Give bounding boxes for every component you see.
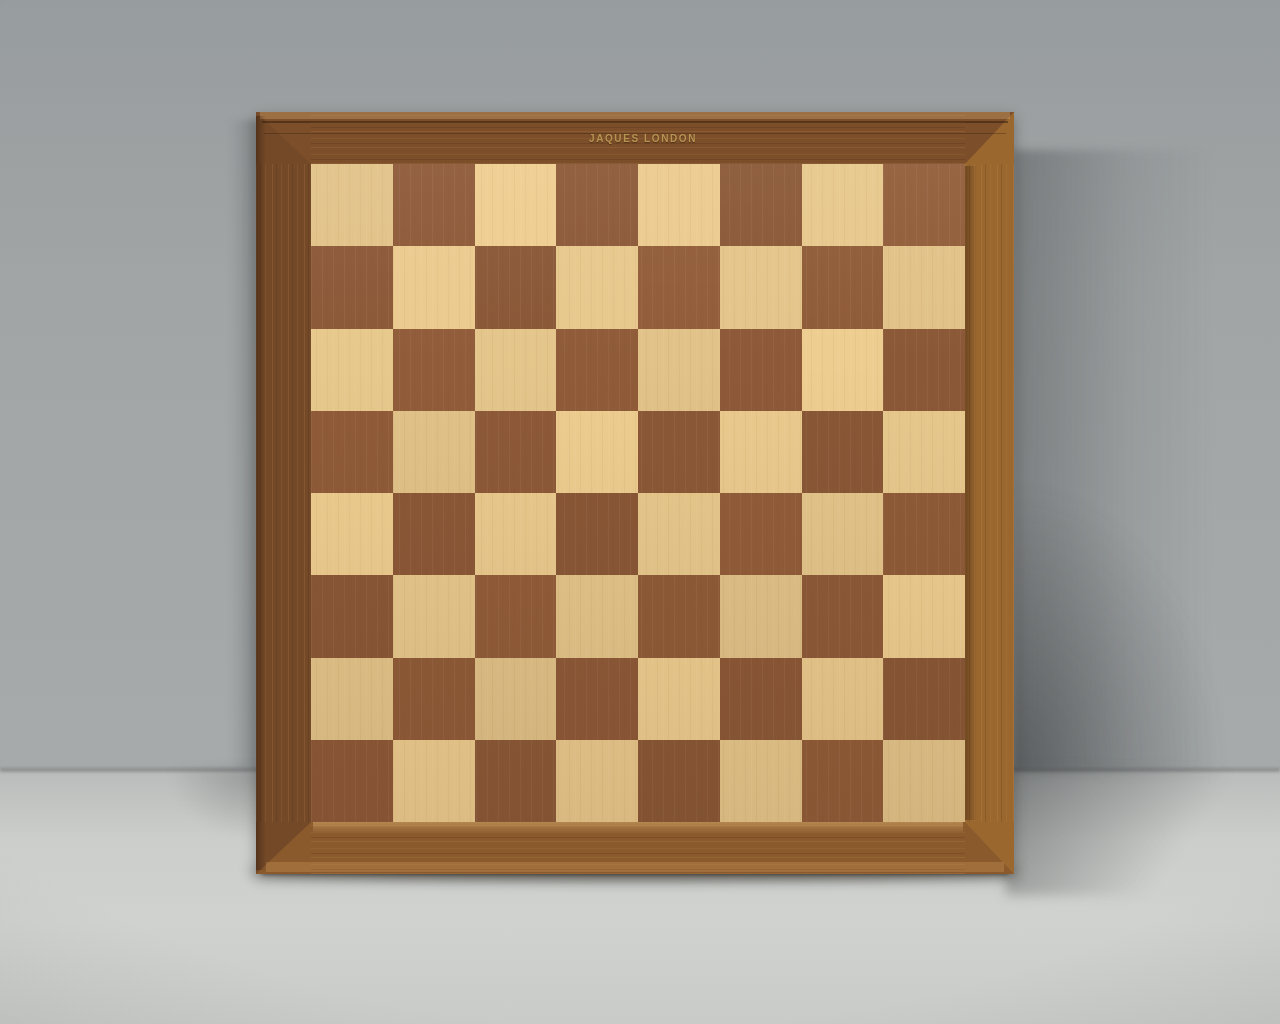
- square-a1[interactable]: [311, 740, 393, 822]
- frame-top-edge-highlight: [260, 112, 1010, 119]
- square-b6[interactable]: [393, 329, 475, 411]
- square-c8[interactable]: [475, 164, 557, 246]
- board-surface: [311, 164, 965, 822]
- square-f2[interactable]: [720, 658, 802, 740]
- square-h8[interactable]: [883, 164, 965, 246]
- square-f3[interactable]: [720, 575, 802, 657]
- square-c6[interactable]: [475, 329, 557, 411]
- square-g1[interactable]: [802, 740, 884, 822]
- frame-right-inner-shadow: [965, 166, 977, 820]
- square-b2[interactable]: [393, 658, 475, 740]
- square-d7[interactable]: [556, 246, 638, 328]
- square-g6[interactable]: [802, 329, 884, 411]
- square-h2[interactable]: [883, 658, 965, 740]
- square-d3[interactable]: [556, 575, 638, 657]
- square-g4[interactable]: [802, 493, 884, 575]
- frame-top-groove: [262, 121, 1008, 123]
- board-shadow-on-wall-lower: [1012, 480, 1227, 772]
- square-d1[interactable]: [556, 740, 638, 822]
- frame-bottom-outer-highlight: [266, 862, 1004, 872]
- square-c4[interactable]: [475, 493, 557, 575]
- square-h4[interactable]: [883, 493, 965, 575]
- board-shadow-left: [224, 120, 258, 768]
- square-g5[interactable]: [802, 411, 884, 493]
- square-e2[interactable]: [638, 658, 720, 740]
- square-e6[interactable]: [638, 329, 720, 411]
- square-a6[interactable]: [311, 329, 393, 411]
- square-b4[interactable]: [393, 493, 475, 575]
- square-f8[interactable]: [720, 164, 802, 246]
- square-h5[interactable]: [883, 411, 965, 493]
- square-f1[interactable]: [720, 740, 802, 822]
- square-c5[interactable]: [475, 411, 557, 493]
- square-b7[interactable]: [393, 246, 475, 328]
- square-d2[interactable]: [556, 658, 638, 740]
- square-a3[interactable]: [311, 575, 393, 657]
- square-e8[interactable]: [638, 164, 720, 246]
- square-f5[interactable]: [720, 411, 802, 493]
- square-d6[interactable]: [556, 329, 638, 411]
- square-h1[interactable]: [883, 740, 965, 822]
- square-g3[interactable]: [802, 575, 884, 657]
- square-h7[interactable]: [883, 246, 965, 328]
- square-d5[interactable]: [556, 411, 638, 493]
- square-e1[interactable]: [638, 740, 720, 822]
- square-c7[interactable]: [475, 246, 557, 328]
- square-a8[interactable]: [311, 164, 393, 246]
- frame-bottom-inner-bevel: [313, 822, 963, 832]
- square-g7[interactable]: [802, 246, 884, 328]
- square-e4[interactable]: [638, 493, 720, 575]
- square-f6[interactable]: [720, 329, 802, 411]
- square-a5[interactable]: [311, 411, 393, 493]
- square-b1[interactable]: [393, 740, 475, 822]
- square-a7[interactable]: [311, 246, 393, 328]
- square-g8[interactable]: [802, 164, 884, 246]
- square-f7[interactable]: [720, 246, 802, 328]
- square-e5[interactable]: [638, 411, 720, 493]
- maker-stamp: JAQUES LONDON: [589, 133, 697, 144]
- square-c2[interactable]: [475, 658, 557, 740]
- scene: JAQUES LONDON: [0, 0, 1280, 1024]
- board-squares: [311, 164, 965, 822]
- square-f4[interactable]: [720, 493, 802, 575]
- square-a4[interactable]: [311, 493, 393, 575]
- square-g2[interactable]: [802, 658, 884, 740]
- board-shadow-on-floor: [1006, 770, 1266, 895]
- chess-board: JAQUES LONDON: [256, 112, 1014, 874]
- square-h3[interactable]: [883, 575, 965, 657]
- square-e3[interactable]: [638, 575, 720, 657]
- square-b3[interactable]: [393, 575, 475, 657]
- square-b5[interactable]: [393, 411, 475, 493]
- square-d4[interactable]: [556, 493, 638, 575]
- square-c1[interactable]: [475, 740, 557, 822]
- square-d8[interactable]: [556, 164, 638, 246]
- square-e7[interactable]: [638, 246, 720, 328]
- square-c3[interactable]: [475, 575, 557, 657]
- square-b8[interactable]: [393, 164, 475, 246]
- square-h6[interactable]: [883, 329, 965, 411]
- frame-left-outer-shadow: [256, 116, 266, 870]
- square-a2[interactable]: [311, 658, 393, 740]
